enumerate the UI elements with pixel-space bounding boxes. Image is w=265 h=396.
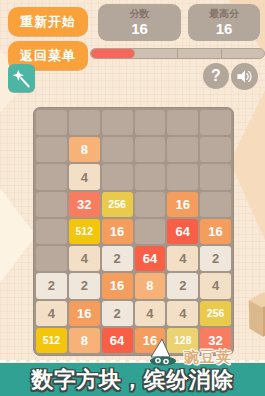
empty-cell: [135, 219, 166, 244]
bg-triangle-bottom-left: [0, 188, 36, 283]
progress-bar: [90, 48, 265, 59]
tile-16: 16: [102, 273, 133, 298]
tile-256: 256: [102, 192, 133, 217]
tile-64: 64: [135, 246, 166, 271]
tile-8: 8: [135, 273, 166, 298]
magic-wand-icon: [12, 69, 31, 88]
progress-segment: [135, 49, 179, 58]
score-label: 分数: [130, 8, 150, 20]
empty-cell: [167, 164, 198, 189]
best-score-label: 最高分: [209, 8, 239, 20]
tile-2: 2: [36, 273, 67, 298]
empty-cell: [36, 192, 67, 217]
bg-triangle-right: [230, 90, 265, 240]
progress-segment-filled: [91, 49, 135, 58]
tile-64: 64: [102, 328, 133, 353]
empty-cell: [102, 164, 133, 189]
tile-512: 512: [69, 219, 100, 244]
tile-16: 16: [102, 219, 133, 244]
tile-4: 4: [69, 246, 100, 271]
progress-segment: [222, 49, 265, 58]
speaker-icon: [235, 67, 254, 86]
tile-256: 256: [200, 301, 231, 326]
tile-4: 4: [167, 246, 198, 271]
tile-16: 16: [200, 219, 231, 244]
tile-2: 2: [102, 301, 133, 326]
tile-32: 32: [200, 328, 231, 353]
empty-cell: [36, 137, 67, 162]
tile-4: 4: [135, 301, 166, 326]
tile-2: 2: [102, 246, 133, 271]
empty-cell: [200, 110, 231, 135]
empty-cell: [167, 137, 198, 162]
tile-16: 16: [167, 192, 198, 217]
empty-cell: [69, 110, 100, 135]
tile-2: 2: [167, 273, 198, 298]
empty-cell: [36, 246, 67, 271]
score-value: 16: [131, 20, 148, 37]
empty-cell: [102, 110, 133, 135]
restart-button[interactable]: 重新开始: [8, 7, 88, 36]
watermark-dashed-line: [0, 360, 265, 362]
empty-cell: [200, 137, 231, 162]
board-grid[interactable]: 8432256165121664164264422216824416244256…: [33, 107, 234, 356]
tile-4: 4: [36, 301, 67, 326]
help-button[interactable]: ?: [203, 63, 229, 89]
empty-cell: [102, 137, 133, 162]
best-score-value: 16: [216, 20, 233, 37]
sound-button[interactable]: [231, 63, 258, 90]
empty-cell: [135, 110, 166, 135]
tile-8: 8: [69, 328, 100, 353]
tile-4: 4: [167, 301, 198, 326]
tile-4: 4: [200, 273, 231, 298]
tile-2: 2: [69, 273, 100, 298]
progress-segment: [178, 49, 222, 58]
bg-3d-box: [246, 292, 265, 344]
slogan-text: 数字方块，缤纷消除: [31, 365, 234, 395]
game-screen: 重新开始 返回菜单 分数 16 最高分 16 ? 843225616512166…: [0, 0, 265, 396]
best-score-panel: 最高分 16: [188, 4, 260, 41]
tile-2: 2: [200, 246, 231, 271]
empty-cell: [135, 164, 166, 189]
tile-512: 512: [36, 328, 67, 353]
tile-4: 4: [69, 164, 100, 189]
empty-cell: [200, 164, 231, 189]
empty-cell: [135, 137, 166, 162]
tile-16: 16: [69, 301, 100, 326]
empty-cell: [36, 164, 67, 189]
magic-wand-button[interactable]: [8, 64, 35, 92]
score-panel: 分数 16: [98, 4, 181, 41]
empty-cell: [167, 110, 198, 135]
tile-16: 16: [135, 328, 166, 353]
empty-cell: [36, 110, 67, 135]
tile-32: 32: [69, 192, 100, 217]
bottom-banner: 数字方块，缤纷消除: [0, 363, 265, 396]
empty-cell: [135, 192, 166, 217]
empty-cell: [36, 219, 67, 244]
empty-cell: [200, 192, 231, 217]
tile-64: 64: [167, 219, 198, 244]
tile-128: 128: [167, 328, 198, 353]
tile-8: 8: [69, 137, 100, 162]
